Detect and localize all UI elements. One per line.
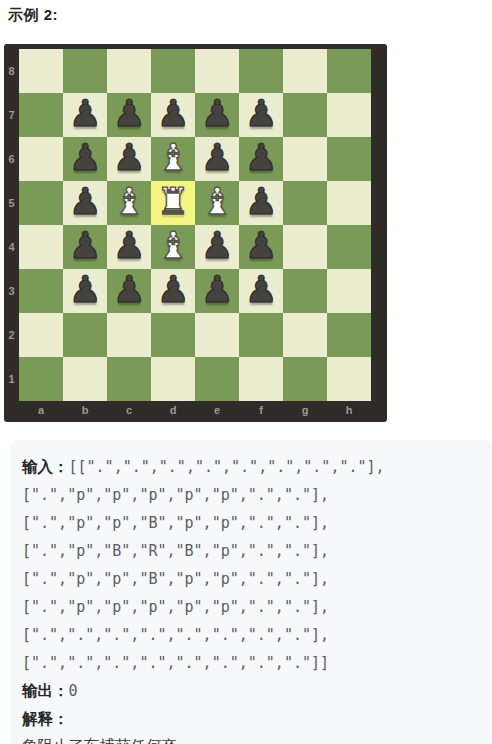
rank-label-7: 7: [4, 93, 19, 137]
square-g7: [283, 93, 327, 137]
input-code-line: [".","p","p","B","p","p",".","."],: [22, 514, 329, 532]
square-f5: ♟: [239, 181, 283, 225]
square-g5: [283, 181, 327, 225]
black-pawn: ♟: [63, 181, 107, 225]
square-e7: ♟: [195, 93, 239, 137]
black-pawn: ♟: [151, 269, 195, 313]
black-pawn: ♟: [151, 93, 195, 137]
file-label-c: c: [107, 401, 151, 422]
square-b5: ♟: [63, 181, 107, 225]
input-code-line: [[".",".",".",".",".",".",".","."],: [69, 458, 385, 476]
square-e6: ♟: [195, 137, 239, 181]
black-pawn: ♟: [195, 269, 239, 313]
square-b6: ♟: [63, 137, 107, 181]
square-c6: ♟: [107, 137, 151, 181]
rank-label-2: 2: [4, 313, 19, 357]
square-h2: [327, 313, 371, 357]
square-a2: [19, 313, 63, 357]
square-a1: [19, 357, 63, 401]
example-title: 示例 2:: [8, 6, 58, 25]
square-c7: ♟: [107, 93, 151, 137]
square-e1: [195, 357, 239, 401]
board-squares: ♟♟♟♟♟♟♟♝♟♟♟♝♜♝♟♟♟♝♟♟♟♟♟♟♟: [19, 49, 371, 401]
example-section: 示例 2: ♟♟♟♟♟♟♟♝♟♟♟♝♜♝♟♟♟♝♟♟♟♟♟♟♟ 87654321…: [0, 0, 492, 744]
output-value: 0: [69, 682, 78, 700]
rank-label-6: 6: [4, 137, 19, 181]
square-d6: ♝: [151, 137, 195, 181]
black-pawn: ♟: [239, 93, 283, 137]
black-pawn: ♟: [63, 137, 107, 181]
chess-board: ♟♟♟♟♟♟♟♝♟♟♟♝♜♝♟♟♟♝♟♟♟♟♟♟♟ 87654321 abcde…: [4, 44, 387, 422]
square-e3: ♟: [195, 269, 239, 313]
square-f8: [239, 49, 283, 93]
square-c8: [107, 49, 151, 93]
square-g8: [283, 49, 327, 93]
square-a5: [19, 181, 63, 225]
square-h1: [327, 357, 371, 401]
explanation-text: 象阻止了车捕获任何卒。: [22, 737, 193, 744]
square-d2: [151, 313, 195, 357]
square-h4: [327, 225, 371, 269]
square-b4: ♟: [63, 225, 107, 269]
square-f2: [239, 313, 283, 357]
square-f1: [239, 357, 283, 401]
black-pawn: ♟: [107, 269, 151, 313]
square-h5: [327, 181, 371, 225]
rank-label-1: 1: [4, 357, 19, 401]
square-f4: ♟: [239, 225, 283, 269]
file-label-g: g: [283, 401, 327, 422]
square-c1: [107, 357, 151, 401]
square-d5: ♜: [151, 181, 195, 225]
square-g6: [283, 137, 327, 181]
square-g3: [283, 269, 327, 313]
input-label: 输入：: [22, 458, 69, 475]
square-a4: [19, 225, 63, 269]
example-io-panel: 输入：[[".",".",".",".",".",".",".","."],["…: [10, 440, 492, 744]
white-bishop: ♝: [195, 181, 239, 225]
square-b7: ♟: [63, 93, 107, 137]
file-label-a: a: [19, 401, 63, 422]
square-e4: ♟: [195, 225, 239, 269]
square-a7: [19, 93, 63, 137]
square-c3: ♟: [107, 269, 151, 313]
square-f3: ♟: [239, 269, 283, 313]
rank-label-5: 5: [4, 181, 19, 225]
rank-label-4: 4: [4, 225, 19, 269]
square-b3: ♟: [63, 269, 107, 313]
square-f7: ♟: [239, 93, 283, 137]
file-label-e: e: [195, 401, 239, 422]
file-label-d: d: [151, 401, 195, 422]
square-b2: [63, 313, 107, 357]
black-pawn: ♟: [63, 93, 107, 137]
black-pawn: ♟: [63, 225, 107, 269]
square-a8: [19, 49, 63, 93]
file-label-f: f: [239, 401, 283, 422]
black-pawn: ♟: [239, 137, 283, 181]
square-d7: ♟: [151, 93, 195, 137]
black-pawn: ♟: [107, 137, 151, 181]
square-h3: [327, 269, 371, 313]
rank-label-8: 8: [4, 49, 19, 93]
square-e5: ♝: [195, 181, 239, 225]
black-pawn: ♟: [107, 93, 151, 137]
square-a6: [19, 137, 63, 181]
white-bishop: ♝: [107, 181, 151, 225]
black-pawn: ♟: [239, 269, 283, 313]
black-pawn: ♟: [239, 181, 283, 225]
square-h7: [327, 93, 371, 137]
white-bishop: ♝: [151, 137, 195, 181]
black-pawn: ♟: [195, 137, 239, 181]
square-d1: [151, 357, 195, 401]
square-c4: ♟: [107, 225, 151, 269]
square-c5: ♝: [107, 181, 151, 225]
square-b8: [63, 49, 107, 93]
square-d8: [151, 49, 195, 93]
input-code-line: [".","p","B","R","B","p",".","."],: [22, 542, 329, 560]
input-code-line: [".","p","p","p","p","p",".","."],: [22, 486, 329, 504]
black-pawn: ♟: [107, 225, 151, 269]
input-code-line: [".","p","p","B","p","p",".","."],: [22, 570, 329, 588]
input-code-line: [".",".",".",".",".",".",".","."],: [22, 626, 329, 644]
square-g2: [283, 313, 327, 357]
white-bishop: ♝: [151, 225, 195, 269]
square-c2: [107, 313, 151, 357]
explanation-label: 解释：: [22, 710, 69, 727]
input-code-line: [".",".",".",".",".",".",".","."]]: [22, 654, 329, 672]
square-f6: ♟: [239, 137, 283, 181]
square-h6: [327, 137, 371, 181]
square-d4: ♝: [151, 225, 195, 269]
file-label-b: b: [63, 401, 107, 422]
black-pawn: ♟: [195, 225, 239, 269]
white-rook: ♜: [151, 181, 195, 225]
black-pawn: ♟: [195, 93, 239, 137]
square-b1: [63, 357, 107, 401]
square-e8: [195, 49, 239, 93]
square-d3: ♟: [151, 269, 195, 313]
file-label-h: h: [327, 401, 371, 422]
output-label: 输出：: [22, 682, 69, 699]
square-h8: [327, 49, 371, 93]
square-g1: [283, 357, 327, 401]
square-e2: [195, 313, 239, 357]
rank-label-3: 3: [4, 269, 19, 313]
black-pawn: ♟: [239, 225, 283, 269]
square-g4: [283, 225, 327, 269]
black-pawn: ♟: [63, 269, 107, 313]
input-code-line: [".","p","p","p","p","p",".","."],: [22, 598, 329, 616]
square-a3: [19, 269, 63, 313]
